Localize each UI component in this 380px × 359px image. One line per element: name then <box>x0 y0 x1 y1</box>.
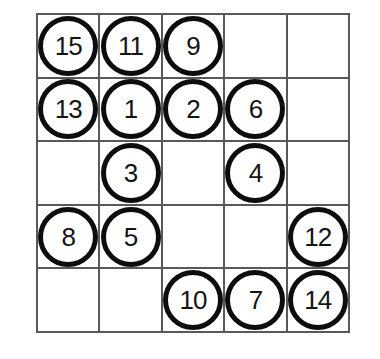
circle-number: 12 <box>304 224 331 250</box>
circle-number: 3 <box>124 160 137 186</box>
cell-r2c3[interactable]: 2 <box>163 79 225 143</box>
number-circle: 12 <box>288 207 348 267</box>
circle-number: 11 <box>118 33 143 59</box>
cell-r5c1[interactable] <box>38 269 100 333</box>
cell-r1c2[interactable]: 11 <box>100 15 162 79</box>
cell-r5c2[interactable] <box>100 269 162 333</box>
cell-r4c5[interactable]: 12 <box>288 206 350 270</box>
cell-r1c5[interactable] <box>288 15 350 79</box>
circle-number: 7 <box>249 287 262 313</box>
cell-r5c4[interactable]: 7 <box>225 269 287 333</box>
number-circle: 6 <box>225 79 285 139</box>
number-circle: 15 <box>38 16 98 76</box>
cell-r5c5[interactable]: 14 <box>288 269 350 333</box>
circle-number: 4 <box>249 160 262 186</box>
cell-r1c4[interactable] <box>225 15 287 79</box>
cell-r3c3[interactable] <box>163 142 225 206</box>
number-circle: 2 <box>163 79 223 139</box>
cell-r1c1[interactable]: 15 <box>38 15 100 79</box>
cell-r2c5[interactable] <box>288 79 350 143</box>
cell-r3c1[interactable] <box>38 142 100 206</box>
cell-r1c3[interactable]: 9 <box>163 15 225 79</box>
cell-r4c1[interactable]: 8 <box>38 206 100 270</box>
cell-r3c5[interactable] <box>288 142 350 206</box>
circle-number: 2 <box>186 96 199 122</box>
circle-number: 15 <box>55 33 82 59</box>
number-circle: 7 <box>225 270 285 330</box>
cell-r2c2[interactable]: 1 <box>100 79 162 143</box>
puzzle-board: 151191312634851210714 <box>36 13 350 333</box>
circle-number: 1 <box>124 96 137 122</box>
circle-number: 6 <box>249 96 262 122</box>
cell-r4c3[interactable] <box>163 206 225 270</box>
circle-number: 13 <box>55 96 82 122</box>
cell-r3c2[interactable]: 3 <box>100 142 162 206</box>
number-circle: 1 <box>101 79 161 139</box>
circle-number: 9 <box>186 33 199 59</box>
circle-number: 10 <box>180 287 207 313</box>
circle-number: 8 <box>61 224 74 250</box>
circle-number: 14 <box>304 287 331 313</box>
cell-r2c1[interactable]: 13 <box>38 79 100 143</box>
cell-r4c2[interactable]: 5 <box>100 206 162 270</box>
cell-r5c3[interactable]: 10 <box>163 269 225 333</box>
number-circle: 13 <box>38 79 98 139</box>
circle-number: 5 <box>124 224 137 250</box>
cell-r3c4[interactable]: 4 <box>225 142 287 206</box>
number-circle: 10 <box>163 270 223 330</box>
number-circle: 11 <box>101 16 161 76</box>
number-circle: 5 <box>101 207 161 267</box>
number-circle: 8 <box>38 207 98 267</box>
number-circle: 9 <box>163 16 223 76</box>
cell-r4c4[interactable] <box>225 206 287 270</box>
number-circle: 3 <box>101 143 161 203</box>
number-circle: 14 <box>288 270 348 330</box>
number-circle: 4 <box>225 143 285 203</box>
cell-r2c4[interactable]: 6 <box>225 79 287 143</box>
